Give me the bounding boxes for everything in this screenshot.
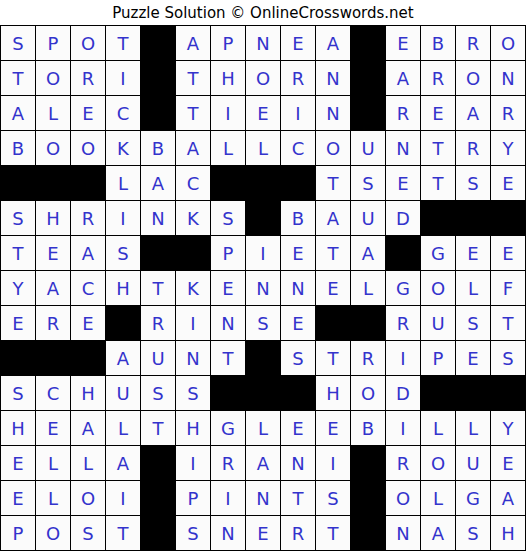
grid-cell: P — [1, 516, 35, 550]
block-cell — [1, 341, 35, 375]
grid-cell: S — [1, 376, 35, 410]
grid-cell: L — [421, 481, 455, 515]
grid-cell: T — [281, 481, 315, 515]
grid-cell: F — [491, 271, 525, 305]
grid-cell: E — [1, 446, 35, 480]
grid-cell: A — [246, 446, 280, 480]
grid-cell: I — [176, 306, 210, 340]
block-cell — [246, 201, 280, 235]
grid-cell: O — [36, 61, 70, 95]
grid-cell: E — [316, 271, 350, 305]
grid-cell: U — [106, 376, 140, 410]
grid-cell: S — [141, 376, 175, 410]
grid-cell: L — [456, 271, 490, 305]
block-cell — [141, 516, 175, 550]
block-cell — [281, 166, 315, 200]
grid-cell: S — [456, 166, 490, 200]
grid-cell: O — [71, 481, 105, 515]
grid-cell: H — [106, 271, 140, 305]
grid-cell: T — [316, 516, 350, 550]
grid-cell: N — [281, 446, 315, 480]
grid-cell: L — [421, 411, 455, 445]
grid-cell: I — [386, 411, 420, 445]
grid-cell: T — [211, 341, 245, 375]
grid-cell: A — [106, 341, 140, 375]
grid-cell: S — [456, 516, 490, 550]
grid-cell: O — [316, 131, 350, 165]
grid-cell: R — [71, 61, 105, 95]
grid-cell: H — [316, 376, 350, 410]
grid-cell: I — [246, 236, 280, 270]
grid-cell: C — [106, 96, 140, 130]
grid-cell: P — [421, 341, 455, 375]
grid-cell: E — [246, 96, 280, 130]
grid-cell: R — [141, 306, 175, 340]
grid-cell: E — [211, 271, 245, 305]
grid-cell: D — [386, 201, 420, 235]
grid-cell: L — [246, 131, 280, 165]
grid-cell: I — [281, 96, 315, 130]
crossword-grid: SPOTAPNEAEBROTORITHORNARONALECTIEINREARB… — [0, 25, 526, 551]
block-cell — [316, 306, 350, 340]
grid-cell: Y — [491, 131, 525, 165]
grid-cell: I — [211, 481, 245, 515]
grid-cell: I — [106, 201, 140, 235]
grid-cell: N — [211, 516, 245, 550]
grid-cell: E — [491, 166, 525, 200]
grid-cell: N — [316, 61, 350, 95]
grid-cell: S — [176, 376, 210, 410]
grid-cell: R — [281, 516, 315, 550]
grid-cell: E — [246, 516, 280, 550]
grid-cell: R — [71, 201, 105, 235]
block-cell — [141, 96, 175, 130]
grid-cell: L — [106, 411, 140, 445]
grid-cell: R — [351, 341, 385, 375]
grid-cell: R — [281, 61, 315, 95]
block-cell — [351, 306, 385, 340]
block-cell — [421, 376, 455, 410]
grid-cell: B — [1, 131, 35, 165]
grid-cell: A — [316, 201, 350, 235]
grid-cell: T — [106, 26, 140, 60]
grid-cell: N — [246, 481, 280, 515]
grid-cell: L — [106, 166, 140, 200]
grid-cell: O — [71, 26, 105, 60]
grid-cell: E — [316, 411, 350, 445]
grid-cell: A — [421, 516, 455, 550]
block-cell — [1, 166, 35, 200]
grid-cell: S — [106, 236, 140, 270]
grid-cell: E — [281, 26, 315, 60]
grid-cell: L — [246, 411, 280, 445]
grid-cell: E — [36, 236, 70, 270]
block-cell — [491, 201, 525, 235]
grid-cell: S — [456, 306, 490, 340]
grid-cell: T — [141, 411, 175, 445]
grid-cell: A — [141, 166, 175, 200]
grid-cell: Y — [491, 411, 525, 445]
grid-cell: S — [211, 201, 245, 235]
grid-cell: H — [1, 411, 35, 445]
grid-cell: G — [211, 411, 245, 445]
grid-cell: R — [421, 61, 455, 95]
grid-cell: P — [211, 26, 245, 60]
grid-cell: O — [421, 271, 455, 305]
grid-cell: O — [246, 61, 280, 95]
grid-cell: I — [316, 446, 350, 480]
block-cell — [351, 61, 385, 95]
block-cell — [36, 166, 70, 200]
grid-cell: N — [211, 306, 245, 340]
grid-cell: A — [176, 26, 210, 60]
grid-cell: I — [211, 96, 245, 130]
grid-cell: R — [211, 446, 245, 480]
grid-cell: E — [491, 236, 525, 270]
grid-cell: S — [316, 481, 350, 515]
grid-cell: N — [281, 271, 315, 305]
grid-cell: R — [36, 306, 70, 340]
grid-cell: A — [106, 446, 140, 480]
grid-cell: O — [36, 516, 70, 550]
grid-cell: N — [176, 341, 210, 375]
grid-cell: E — [71, 306, 105, 340]
grid-cell: E — [281, 411, 315, 445]
grid-cell: E — [456, 236, 490, 270]
grid-cell: E — [1, 481, 35, 515]
grid-cell: C — [176, 166, 210, 200]
grid-cell: N — [491, 61, 525, 95]
grid-cell: E — [281, 236, 315, 270]
grid-cell: O — [421, 446, 455, 480]
grid-cell: R — [386, 306, 420, 340]
grid-cell: U — [351, 201, 385, 235]
block-cell — [71, 166, 105, 200]
grid-cell: K — [176, 271, 210, 305]
grid-cell: R — [456, 26, 490, 60]
grid-cell: R — [491, 96, 525, 130]
block-cell — [421, 201, 455, 235]
grid-cell: U — [141, 341, 175, 375]
grid-cell: N — [316, 96, 350, 130]
grid-cell: T — [491, 306, 525, 340]
grid-cell: S — [351, 166, 385, 200]
grid-cell: T — [176, 61, 210, 95]
grid-cell: B — [281, 201, 315, 235]
block-cell — [141, 26, 175, 60]
grid-cell: R — [386, 446, 420, 480]
grid-cell: S — [71, 516, 105, 550]
grid-cell: C — [281, 131, 315, 165]
block-cell — [211, 376, 245, 410]
grid-cell: U — [456, 446, 490, 480]
grid-cell: G — [386, 271, 420, 305]
grid-cell: L — [351, 271, 385, 305]
grid-cell: B — [351, 411, 385, 445]
block-cell — [351, 96, 385, 130]
grid-cell: L — [71, 446, 105, 480]
block-cell — [351, 446, 385, 480]
grid-cell: O — [386, 481, 420, 515]
block-cell — [456, 201, 490, 235]
grid-cell: A — [1, 96, 35, 130]
grid-cell: E — [386, 166, 420, 200]
grid-cell: S — [491, 341, 525, 375]
grid-cell: N — [386, 516, 420, 550]
grid-cell: I — [176, 446, 210, 480]
grid-cell: L — [456, 411, 490, 445]
grid-cell: E — [71, 96, 105, 130]
grid-cell: T — [316, 341, 350, 375]
block-cell — [351, 26, 385, 60]
block-cell — [71, 341, 105, 375]
grid-cell: E — [491, 446, 525, 480]
grid-cell: T — [141, 271, 175, 305]
grid-cell: P — [176, 481, 210, 515]
grid-cell: G — [421, 236, 455, 270]
grid-cell: O — [351, 376, 385, 410]
block-cell — [211, 166, 245, 200]
grid-cell: A — [71, 411, 105, 445]
grid-cell: E — [36, 411, 70, 445]
block-cell — [36, 341, 70, 375]
grid-cell: T — [1, 61, 35, 95]
grid-cell: R — [456, 131, 490, 165]
grid-cell: N — [141, 201, 175, 235]
grid-cell: P — [211, 236, 245, 270]
block-cell — [246, 166, 280, 200]
grid-cell: Y — [1, 271, 35, 305]
grid-cell: L — [211, 131, 245, 165]
block-cell — [491, 376, 525, 410]
grid-cell: A — [386, 61, 420, 95]
grid-cell: O — [71, 131, 105, 165]
grid-cell: T — [106, 516, 140, 550]
grid-cell: E — [386, 26, 420, 60]
grid-cell: I — [386, 341, 420, 375]
grid-cell: T — [316, 166, 350, 200]
grid-cell: L — [36, 96, 70, 130]
block-cell — [176, 236, 210, 270]
grid-cell: O — [456, 61, 490, 95]
grid-cell: E — [281, 306, 315, 340]
grid-cell: I — [106, 61, 140, 95]
grid-cell: S — [1, 201, 35, 235]
grid-cell: E — [421, 96, 455, 130]
grid-cell: T — [316, 236, 350, 270]
grid-cell: U — [351, 131, 385, 165]
grid-cell: E — [456, 341, 490, 375]
grid-cell: A — [176, 131, 210, 165]
grid-cell: K — [176, 201, 210, 235]
block-cell — [456, 376, 490, 410]
grid-cell: A — [351, 236, 385, 270]
grid-cell: D — [386, 376, 420, 410]
block-cell — [141, 61, 175, 95]
grid-cell: S — [281, 341, 315, 375]
grid-cell: O — [36, 131, 70, 165]
grid-cell: C — [36, 376, 70, 410]
grid-cell: E — [1, 306, 35, 340]
grid-cell: T — [176, 96, 210, 130]
block-cell — [351, 481, 385, 515]
grid-cell: G — [456, 481, 490, 515]
block-cell — [386, 236, 420, 270]
grid-cell: A — [456, 96, 490, 130]
grid-cell: A — [71, 236, 105, 270]
grid-cell: L — [36, 446, 70, 480]
grid-cell: P — [36, 26, 70, 60]
block-cell — [281, 376, 315, 410]
grid-cell: H — [491, 516, 525, 550]
grid-cell: S — [1, 26, 35, 60]
block-cell — [351, 516, 385, 550]
block-cell — [141, 481, 175, 515]
grid-cell: N — [246, 271, 280, 305]
grid-cell: A — [36, 271, 70, 305]
block-cell — [141, 446, 175, 480]
grid-cell: H — [176, 411, 210, 445]
block-cell — [141, 236, 175, 270]
grid-cell: S — [176, 516, 210, 550]
grid-cell: A — [316, 26, 350, 60]
grid-cell: T — [421, 166, 455, 200]
grid-cell: O — [491, 26, 525, 60]
puzzle-solution-page: Puzzle Solution © OnlineCrosswords.net S… — [0, 0, 526, 551]
block-cell — [246, 376, 280, 410]
block-cell — [246, 341, 280, 375]
grid-cell: S — [246, 306, 280, 340]
grid-cell: U — [421, 306, 455, 340]
grid-cell: B — [141, 131, 175, 165]
grid-cell: C — [71, 271, 105, 305]
grid-cell: N — [386, 131, 420, 165]
block-cell — [106, 306, 140, 340]
grid-cell: N — [246, 26, 280, 60]
grid-cell: T — [1, 236, 35, 270]
grid-cell: B — [421, 26, 455, 60]
grid-cell: L — [36, 481, 70, 515]
page-title: Puzzle Solution © OnlineCrosswords.net — [0, 0, 526, 25]
grid-cell: I — [106, 481, 140, 515]
grid-cell: H — [211, 61, 245, 95]
grid-cell: T — [421, 131, 455, 165]
grid-cell: H — [71, 376, 105, 410]
grid-cell: K — [106, 131, 140, 165]
grid-cell: R — [386, 96, 420, 130]
grid-cell: A — [491, 481, 525, 515]
grid-cell: H — [36, 201, 70, 235]
